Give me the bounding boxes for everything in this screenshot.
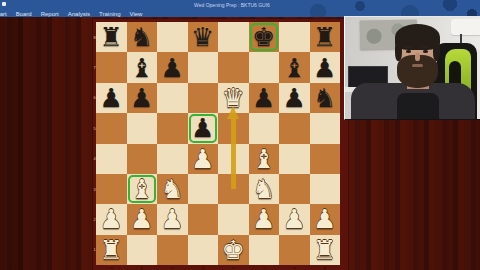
file-label-e: e: [218, 265, 249, 270]
square-e8[interactable]: [218, 22, 249, 52]
square-a6[interactable]: ♟: [96, 83, 127, 113]
square-f3[interactable]: ♞: [249, 174, 280, 204]
square-f1[interactable]: [249, 235, 280, 265]
square-e4[interactable]: [218, 144, 249, 174]
black-knight[interactable]: ♞: [130, 22, 153, 52]
streamer-brow-right: [422, 46, 429, 48]
square-h2[interactable]: ♟: [310, 204, 341, 234]
app-icon[interactable]: [2, 2, 6, 6]
square-c8[interactable]: [157, 22, 188, 52]
square-c4[interactable]: [157, 144, 188, 174]
black-pawn[interactable]: ♟: [252, 83, 275, 113]
square-b3[interactable]: ♝: [127, 174, 158, 204]
square-e6[interactable]: ♛: [218, 83, 249, 113]
square-d5[interactable]: ♟: [188, 113, 219, 143]
rank-label-2: 2: [93, 217, 96, 222]
window-title: Wed Opening Prep : BKTU6 GUI6: [194, 2, 270, 8]
streamer-eye-left: [406, 50, 411, 53]
black-bishop[interactable]: ♝: [130, 53, 153, 83]
white-king[interactable]: ♚: [222, 235, 245, 265]
streamer-eye-right: [423, 50, 428, 53]
file-labels: abcdefgh: [96, 265, 340, 270]
file-label-c: c: [157, 265, 188, 270]
chess-board[interactable]: ♜♞♛♚♜♝♟♝♟♟♟♛♟♟♞♟♟♝♝♞♞♟♟♟♟♟♟♜♚♜ 87654321 …: [93, 19, 348, 270]
square-a1[interactable]: ♜: [96, 235, 127, 265]
square-c2[interactable]: ♟: [157, 204, 188, 234]
rank-label-5: 5: [93, 126, 96, 131]
white-bishop[interactable]: ♝: [130, 174, 153, 204]
square-e7[interactable]: [218, 52, 249, 82]
square-e1[interactable]: ♚: [218, 235, 249, 265]
square-d1[interactable]: [188, 235, 219, 265]
square-c6[interactable]: [157, 83, 188, 113]
black-pawn[interactable]: ♟: [313, 53, 336, 83]
black-bishop[interactable]: ♝: [283, 53, 306, 83]
square-g1[interactable]: [279, 235, 310, 265]
black-knight[interactable]: ♞: [313, 83, 336, 113]
square-h7[interactable]: ♟: [310, 52, 341, 82]
file-label-d: d: [188, 265, 219, 270]
screen: Wed Opening Prep : BKTU6 GUI6 StartBoard…: [0, 0, 480, 270]
white-rook[interactable]: ♜: [100, 235, 123, 265]
white-pawn[interactable]: ♟: [252, 204, 275, 234]
white-rook[interactable]: ♜: [313, 235, 336, 265]
square-f2[interactable]: ♟: [249, 204, 280, 234]
square-g3[interactable]: [279, 174, 310, 204]
square-b1[interactable]: [127, 235, 158, 265]
square-c7[interactable]: ♟: [157, 52, 188, 82]
square-h4[interactable]: [310, 144, 341, 174]
rank-label-7: 7: [93, 65, 96, 70]
square-c1[interactable]: [157, 235, 188, 265]
webcam-overlay: [344, 16, 480, 120]
file-label-b: b: [127, 265, 158, 270]
square-d4[interactable]: ♟: [188, 144, 219, 174]
square-f5[interactable]: [249, 113, 280, 143]
square-a8[interactable]: ♜: [96, 22, 127, 52]
white-pawn[interactable]: ♟: [100, 204, 123, 234]
black-rook[interactable]: ♜: [313, 22, 336, 52]
square-h6[interactable]: ♞: [310, 83, 341, 113]
streamer-brow-left: [405, 46, 412, 48]
square-h5[interactable]: [310, 113, 341, 143]
square-h1[interactable]: ♜: [310, 235, 341, 265]
white-knight[interactable]: ♞: [161, 174, 184, 204]
square-e3[interactable]: [218, 174, 249, 204]
black-queen[interactable]: ♛: [191, 22, 214, 52]
white-pawn[interactable]: ♟: [283, 204, 306, 234]
square-f4[interactable]: ♝: [249, 144, 280, 174]
square-g4[interactable]: [279, 144, 310, 174]
rank-labels: 87654321: [93, 22, 96, 265]
square-f6[interactable]: ♟: [249, 83, 280, 113]
square-g5[interactable]: [279, 113, 310, 143]
square-a3[interactable]: [96, 174, 127, 204]
file-label-a: a: [96, 265, 127, 270]
square-e5[interactable]: [218, 113, 249, 143]
square-g7[interactable]: ♝: [279, 52, 310, 82]
square-c3[interactable]: ♞: [157, 174, 188, 204]
square-d7[interactable]: [188, 52, 219, 82]
white-pawn[interactable]: ♟: [313, 204, 336, 234]
file-label-h: h: [310, 265, 341, 270]
square-d6[interactable]: [188, 83, 219, 113]
square-h8[interactable]: ♜: [310, 22, 341, 52]
square-a5[interactable]: [96, 113, 127, 143]
white-bishop[interactable]: ♝: [252, 144, 275, 174]
white-knight[interactable]: ♞: [252, 174, 275, 204]
rank-label-8: 8: [93, 35, 96, 40]
file-label-f: f: [249, 265, 280, 270]
square-a2[interactable]: ♟: [96, 204, 127, 234]
square-b8[interactable]: ♞: [127, 22, 158, 52]
square-b5[interactable]: [127, 113, 158, 143]
black-pawn[interactable]: ♟: [130, 83, 153, 113]
square-b4[interactable]: [127, 144, 158, 174]
streamer-hair-right: [433, 39, 440, 61]
square-b2[interactable]: ♟: [127, 204, 158, 234]
board-grid: ♜♞♛♚♜♝♟♝♟♟♟♛♟♟♞♟♟♝♝♞♞♟♟♟♟♟♟♜♚♜: [96, 22, 340, 265]
white-queen[interactable]: ♛: [222, 83, 245, 113]
square-h3[interactable]: [310, 174, 341, 204]
file-label-g: g: [279, 265, 310, 270]
floor-lamp-shade: [451, 19, 480, 35]
square-a4[interactable]: [96, 144, 127, 174]
square-a7[interactable]: [96, 52, 127, 82]
streamer-shirt: [397, 93, 439, 120]
streamer-mouth: [412, 64, 423, 67]
streamer-nose: [415, 53, 420, 61]
black-rook[interactable]: ♜: [100, 22, 123, 52]
square-b6[interactable]: ♟: [127, 83, 158, 113]
white-pawn[interactable]: ♟: [130, 204, 153, 234]
rank-label-1: 1: [93, 247, 96, 252]
square-d2[interactable]: [188, 204, 219, 234]
square-f7[interactable]: [249, 52, 280, 82]
rank-label-3: 3: [93, 187, 96, 192]
square-g8[interactable]: [279, 22, 310, 52]
rank-label-6: 6: [93, 95, 96, 100]
square-d8[interactable]: ♛: [188, 22, 219, 52]
white-pawn[interactable]: ♟: [191, 144, 214, 174]
square-g2[interactable]: ♟: [279, 204, 310, 234]
square-e2[interactable]: [218, 204, 249, 234]
square-f8[interactable]: ♚: [249, 22, 280, 52]
black-pawn[interactable]: ♟: [161, 53, 184, 83]
square-c5[interactable]: [157, 113, 188, 143]
black-pawn[interactable]: ♟: [100, 83, 123, 113]
rank-label-4: 4: [93, 156, 96, 161]
white-pawn[interactable]: ♟: [161, 204, 184, 234]
black-pawn[interactable]: ♟: [191, 113, 214, 143]
square-d3[interactable]: [188, 174, 219, 204]
square-b7[interactable]: ♝: [127, 52, 158, 82]
black-pawn[interactable]: ♟: [283, 83, 306, 113]
square-g6[interactable]: ♟: [279, 83, 310, 113]
black-king[interactable]: ♚: [252, 22, 275, 52]
